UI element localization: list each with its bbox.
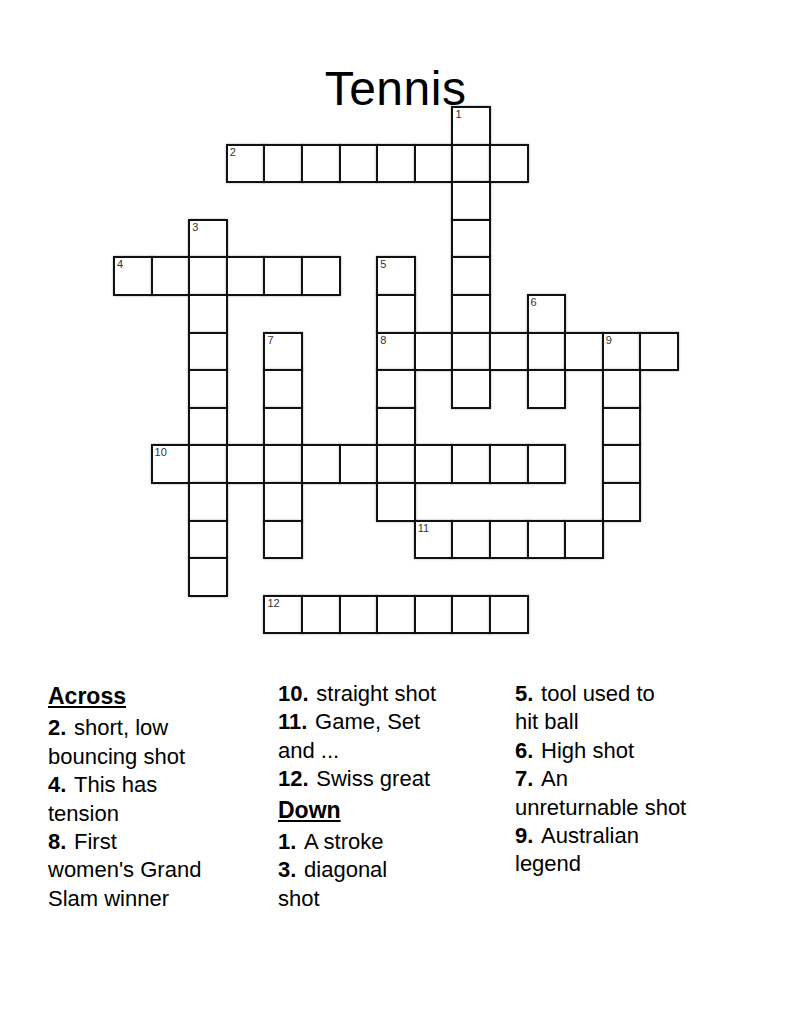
clue-text: A stroke — [304, 829, 383, 854]
grid-cell[interactable] — [451, 181, 491, 221]
clue-number-label: 3. — [278, 857, 296, 882]
grid-cell[interactable] — [602, 369, 642, 409]
clue-text: Swiss great — [316, 766, 430, 791]
clue-item-8: 8.First women's Grand Slam winner — [48, 828, 268, 913]
clue-number-label: 4. — [48, 772, 66, 797]
grid-cell[interactable]: 2 — [226, 144, 266, 184]
clue-number: 7 — [267, 335, 273, 346]
grid-cell[interactable] — [602, 444, 642, 484]
grid-cell[interactable] — [639, 332, 679, 372]
grid-cell[interactable] — [188, 444, 228, 484]
clue-text: First women's Grand Slam winner — [48, 829, 201, 911]
grid-cell[interactable] — [188, 332, 228, 372]
grid-cell[interactable] — [527, 369, 567, 409]
grid-cell[interactable] — [376, 407, 416, 447]
grid-cell[interactable] — [188, 557, 228, 597]
clue-number: 8 — [380, 335, 386, 346]
clue-text: An unreturnable shot — [515, 766, 686, 819]
grid-cell[interactable] — [451, 219, 491, 259]
grid-cell[interactable] — [376, 444, 416, 484]
grid-cell[interactable] — [263, 520, 303, 560]
clue-text: short, low bouncing shot — [48, 715, 185, 768]
clue-number: 10 — [155, 447, 167, 458]
grid-cell[interactable]: 1 — [451, 106, 491, 146]
clue-number: 6 — [531, 297, 537, 308]
grid-cell[interactable] — [451, 444, 491, 484]
grid-cell[interactable] — [376, 144, 416, 184]
clue-item-11: 11.Game, Set and ... — [278, 708, 506, 765]
grid-cell[interactable] — [489, 144, 529, 184]
clue-number: 2 — [230, 147, 236, 158]
clue-number: 4 — [117, 259, 123, 270]
crossword-grid: 123456789101112 — [0, 0, 791, 660]
grid-cell[interactable] — [527, 520, 567, 560]
clue-item-3: 3.diagonal shot — [278, 856, 506, 913]
clue-number-label: 9. — [515, 823, 533, 848]
clue-item-5: 5.tool used to hit ball — [515, 680, 770, 737]
grid-cell[interactable] — [301, 444, 341, 484]
clue-text: straight shot — [316, 681, 436, 706]
clue-number-label: 7. — [515, 766, 533, 791]
clue-number-label: 6. — [515, 738, 533, 763]
clue-text: Australian legend — [515, 823, 639, 876]
grid-cell[interactable] — [301, 595, 341, 635]
grid-cell[interactable] — [263, 144, 303, 184]
grid-cell[interactable] — [339, 444, 379, 484]
grid-cell[interactable] — [376, 482, 416, 522]
grid-cell[interactable] — [301, 256, 341, 296]
clue-number-label: 1. — [278, 829, 296, 854]
clue-number: 3 — [192, 222, 198, 233]
grid-cell[interactable] — [451, 294, 491, 334]
grid-cell[interactable]: 10 — [151, 444, 191, 484]
grid-cell[interactable]: 5 — [376, 256, 416, 296]
grid-cell[interactable] — [489, 332, 529, 372]
grid-cell[interactable] — [451, 256, 491, 296]
clues-column-2: 10.straight shot11.Game, Set and ...12.S… — [278, 680, 506, 913]
clue-number: 11 — [418, 523, 429, 534]
grid-cell[interactable] — [489, 595, 529, 635]
clue-number: 12 — [267, 598, 279, 609]
grid-cell[interactable] — [451, 595, 491, 635]
clues-column-3: 5.tool used to hit ball6.High shot7.An u… — [515, 680, 770, 879]
grid-cell[interactable] — [226, 444, 266, 484]
clue-number-label: 11. — [278, 709, 307, 734]
grid-cell[interactable] — [188, 482, 228, 522]
clue-item-10: 10.straight shot — [278, 680, 506, 708]
clue-number-label: 12. — [278, 766, 309, 791]
grid-cell[interactable] — [188, 369, 228, 409]
grid-cell[interactable] — [564, 520, 604, 560]
grid-cell[interactable]: 6 — [527, 294, 567, 334]
grid-cell[interactable] — [414, 332, 454, 372]
clue-number-label: 5. — [515, 681, 533, 706]
grid-cell[interactable]: 7 — [263, 332, 303, 372]
clue-number-label: 2. — [48, 715, 66, 740]
clue-item-12: 12.Swiss great — [278, 765, 506, 793]
grid-cell[interactable] — [602, 482, 642, 522]
grid-cell[interactable]: 3 — [188, 219, 228, 259]
grid-cell[interactable] — [188, 407, 228, 447]
clue-number: 9 — [606, 335, 612, 346]
grid-cell[interactable] — [414, 595, 454, 635]
grid-cell[interactable]: 11 — [414, 520, 454, 560]
grid-cell[interactable] — [451, 520, 491, 560]
grid-cell[interactable] — [376, 294, 416, 334]
grid-cell[interactable] — [451, 144, 491, 184]
grid-cell[interactable] — [414, 444, 454, 484]
clue-item-7: 7.An unreturnable shot — [515, 765, 770, 822]
grid-cell[interactable] — [151, 256, 191, 296]
grid-cell[interactable] — [414, 144, 454, 184]
grid-cell[interactable]: 8 — [376, 332, 416, 372]
clues-column-1: Across2.short, low bouncing shot4.This h… — [48, 680, 268, 913]
grid-cell[interactable] — [451, 369, 491, 409]
grid-cell[interactable] — [301, 144, 341, 184]
grid-cell[interactable] — [263, 407, 303, 447]
grid-cell[interactable] — [489, 444, 529, 484]
grid-cell[interactable] — [489, 520, 529, 560]
clue-number-label: 10. — [278, 681, 309, 706]
grid-cell[interactable] — [188, 256, 228, 296]
grid-cell[interactable] — [263, 256, 303, 296]
clue-item-2: 2.short, low bouncing shot — [48, 714, 268, 771]
grid-cell[interactable]: 12 — [263, 595, 303, 635]
clue-item-1: 1.A stroke — [278, 828, 506, 856]
grid-cell[interactable] — [564, 332, 604, 372]
clue-number-label: 8. — [48, 829, 66, 854]
grid-cell[interactable] — [451, 332, 491, 372]
clues-down-header: Down — [278, 796, 506, 824]
clue-text: High shot — [541, 738, 634, 763]
grid-cell[interactable] — [339, 595, 379, 635]
clue-text: tool used to hit ball — [515, 681, 655, 734]
grid-cell[interactable] — [263, 369, 303, 409]
grid-cell[interactable]: 4 — [113, 256, 153, 296]
clue-item-6: 6.High shot — [515, 737, 770, 765]
grid-cell[interactable] — [188, 294, 228, 334]
grid-cell[interactable] — [263, 444, 303, 484]
grid-cell[interactable] — [263, 482, 303, 522]
clue-item-4: 4.This has tension — [48, 771, 268, 828]
grid-cell[interactable] — [339, 144, 379, 184]
grid-cell[interactable] — [527, 444, 567, 484]
clues-across-header: Across — [48, 682, 268, 710]
clue-number: 5 — [380, 259, 386, 270]
grid-cell[interactable] — [188, 520, 228, 560]
grid-cell[interactable] — [376, 595, 416, 635]
grid-cell[interactable] — [527, 332, 567, 372]
grid-cell[interactable] — [376, 369, 416, 409]
grid-cell[interactable] — [226, 256, 266, 296]
clue-number: 1 — [455, 109, 461, 120]
grid-cell[interactable]: 9 — [602, 332, 642, 372]
grid-cell[interactable] — [602, 407, 642, 447]
clue-item-9: 9.Australian legend — [515, 822, 770, 879]
